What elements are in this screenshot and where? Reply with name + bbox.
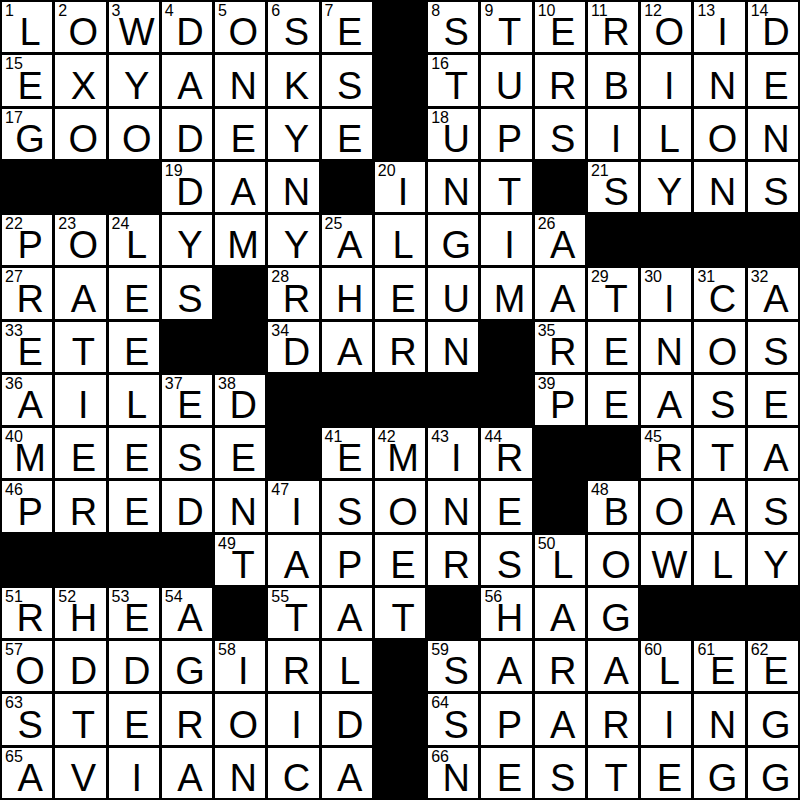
cell-r10c7[interactable]: S	[322, 481, 372, 531]
cell-r9c15[interactable]: A	[748, 428, 798, 478]
cell-r14c3[interactable]: E	[109, 694, 159, 744]
cell-letter: A	[165, 759, 212, 797]
cell-letter: R	[165, 706, 212, 744]
cell-r6c10[interactable]: M	[481, 268, 531, 318]
cell-letter: E	[112, 280, 159, 318]
cell-r2c2[interactable]: X	[55, 55, 105, 105]
cell-letter: S	[538, 120, 585, 158]
cell-r11c10[interactable]: S	[481, 535, 531, 585]
cell-r10c10[interactable]: E	[481, 481, 531, 531]
cell-r3c11[interactable]: S	[535, 109, 585, 159]
cell-letter: N	[218, 67, 265, 105]
block-r12c5	[215, 588, 265, 638]
cell-letter: T	[697, 439, 744, 477]
cell-letter: E	[325, 120, 372, 158]
cell-letter: O	[5, 652, 52, 690]
cell-r13c7[interactable]: L	[322, 641, 372, 691]
cell-r11c11[interactable]: 50L	[535, 535, 585, 585]
cell-r14c13[interactable]: I	[641, 694, 691, 744]
cell-r11c6[interactable]: A	[268, 535, 318, 585]
cell-r11c12[interactable]: O	[588, 535, 638, 585]
cell-r10c14[interactable]: A	[694, 481, 744, 531]
cell-r3c14[interactable]: O	[694, 109, 744, 159]
cell-letter: O	[697, 120, 744, 158]
cell-r7c9[interactable]: N	[428, 322, 478, 372]
cell-r13c14[interactable]: 61E	[694, 641, 744, 691]
cell-r2c14[interactable]: N	[694, 55, 744, 105]
cell-r10c3[interactable]: E	[109, 481, 159, 531]
block-r7c5	[215, 322, 265, 372]
cell-letter: R	[644, 439, 691, 477]
cell-r14c4[interactable]: R	[162, 694, 212, 744]
cell-r8c11[interactable]: 39P	[535, 375, 585, 425]
cell-r14c7[interactable]: D	[322, 694, 372, 744]
cell-r3c7[interactable]: E	[322, 109, 372, 159]
cell-r10c15[interactable]: S	[748, 481, 798, 531]
cell-r2c6[interactable]: K	[268, 55, 318, 105]
cell-r6c9[interactable]: U	[428, 268, 478, 318]
cell-letter: T	[484, 173, 531, 211]
cell-r14c10[interactable]: P	[481, 694, 531, 744]
cell-r6c11[interactable]: A	[535, 268, 585, 318]
cell-r14c2[interactable]: T	[55, 694, 105, 744]
cell-r8c4[interactable]: 37E	[162, 375, 212, 425]
cell-r15c4[interactable]: A	[162, 748, 212, 798]
cell-r9c8[interactable]: 42M	[375, 428, 425, 478]
cell-r9c3[interactable]: E	[109, 428, 159, 478]
cell-r9c10[interactable]: 44R	[481, 428, 531, 478]
cell-r13c10[interactable]: A	[481, 641, 531, 691]
cell-letter: Y	[112, 67, 159, 105]
cell-r6c12[interactable]: 29T	[588, 268, 638, 318]
cell-r3c5[interactable]: E	[215, 109, 265, 159]
cell-letter: E	[378, 280, 425, 318]
cell-r5c8[interactable]: L	[375, 215, 425, 265]
cell-r13c1[interactable]: 57O	[2, 641, 52, 691]
cell-r4c9[interactable]: N	[428, 162, 478, 212]
cell-letter: A	[218, 173, 265, 211]
cell-r15c12[interactable]: T	[588, 748, 638, 798]
cell-letter: U	[484, 67, 531, 105]
block-r9c6	[268, 428, 318, 478]
cell-letter: I	[271, 493, 318, 531]
cell-r3c6[interactable]: Y	[268, 109, 318, 159]
cell-r8c5[interactable]: 38D	[215, 375, 265, 425]
cell-r14c14[interactable]: N	[694, 694, 744, 744]
cell-letter: O	[378, 493, 425, 531]
cell-r15c14[interactable]: G	[694, 748, 744, 798]
cell-r11c8[interactable]: E	[375, 535, 425, 585]
cell-r9c4[interactable]: S	[162, 428, 212, 478]
cell-r4c5[interactable]: A	[215, 162, 265, 212]
cell-letter: H	[484, 599, 531, 637]
cell-r15c13[interactable]: E	[641, 748, 691, 798]
block-r4c11	[535, 162, 585, 212]
cell-letter: X	[58, 67, 105, 105]
cell-letter: U	[431, 280, 478, 318]
cell-r7c11[interactable]: 35R	[535, 322, 585, 372]
cell-r5c9[interactable]: G	[428, 215, 478, 265]
cell-letter: M	[378, 439, 425, 477]
cell-r1c6[interactable]: 6S	[268, 2, 318, 52]
cell-letter: R	[538, 652, 585, 690]
cell-r6c8[interactable]: E	[375, 268, 425, 318]
cell-r12c2[interactable]: 52H	[55, 588, 105, 638]
cell-letter: S	[751, 493, 798, 531]
cell-letter: N	[751, 120, 798, 158]
cell-r1c5[interactable]: 5O	[215, 2, 265, 52]
cell-r13c6[interactable]: R	[268, 641, 318, 691]
cell-r1c9[interactable]: 8S	[428, 2, 478, 52]
cell-r14c11[interactable]: A	[535, 694, 585, 744]
cell-r1c14[interactable]: 13I	[694, 2, 744, 52]
cell-letter: E	[751, 652, 798, 690]
cell-r12c8[interactable]: T	[375, 588, 425, 638]
cell-letter: D	[58, 652, 105, 690]
cell-r12c11[interactable]: A	[535, 588, 585, 638]
cell-letter: Y	[165, 226, 212, 264]
cell-r15c10[interactable]: E	[481, 748, 531, 798]
cell-r4c12[interactable]: 21S	[588, 162, 638, 212]
cell-r5c3[interactable]: 24L	[109, 215, 159, 265]
cell-r2c5[interactable]: N	[215, 55, 265, 105]
cell-r15c11[interactable]: S	[535, 748, 585, 798]
cell-r10c6[interactable]: 47I	[268, 481, 318, 531]
cell-letter: E	[112, 439, 159, 477]
cell-r14c5[interactable]: O	[215, 694, 265, 744]
cell-letter: G	[697, 759, 744, 797]
block-r12c14	[694, 588, 744, 638]
cell-letter: E	[325, 439, 372, 477]
cell-letter: A	[591, 652, 638, 690]
cell-r9c7[interactable]: 41E	[322, 428, 372, 478]
cell-r4c14[interactable]: N	[694, 162, 744, 212]
cell-r5c10[interactable]: I	[481, 215, 531, 265]
cell-r1c1[interactable]: 1L	[2, 2, 52, 52]
cell-r12c3[interactable]: 53E	[109, 588, 159, 638]
cell-r15c9[interactable]: 66N	[428, 748, 478, 798]
cell-letter: Y	[271, 120, 318, 158]
cell-r3c4[interactable]: D	[162, 109, 212, 159]
cell-r13c13[interactable]: 60L	[641, 641, 691, 691]
cell-r15c6[interactable]: C	[268, 748, 318, 798]
cell-r3c1[interactable]: 17G	[2, 109, 52, 159]
cell-letter: A	[538, 599, 585, 637]
cell-letter: S	[697, 386, 744, 424]
cell-r13c9[interactable]: 59S	[428, 641, 478, 691]
cell-r15c3[interactable]: I	[109, 748, 159, 798]
cell-r11c13[interactable]: W	[641, 535, 691, 585]
cell-letter: A	[325, 333, 372, 371]
cell-r12c7[interactable]: A	[322, 588, 372, 638]
cell-r2c3[interactable]: Y	[109, 55, 159, 105]
cell-r1c3[interactable]: 3W	[109, 2, 159, 52]
cell-r7c8[interactable]: R	[375, 322, 425, 372]
cell-r9c5[interactable]: E	[215, 428, 265, 478]
block-r13c8	[375, 641, 425, 691]
cell-letter: W	[644, 546, 691, 584]
cell-r14c9[interactable]: 64S	[428, 694, 478, 744]
cell-letter: H	[325, 280, 372, 318]
cell-r1c7[interactable]: 7E	[322, 2, 372, 52]
cell-r2c9[interactable]: 16T	[428, 55, 478, 105]
cell-r2c15[interactable]: E	[748, 55, 798, 105]
cell-letter: P	[325, 546, 372, 584]
cell-r15c1[interactable]: 65A	[2, 748, 52, 798]
cell-letter: H	[58, 599, 105, 637]
cell-r1c12[interactable]: 11R	[588, 2, 638, 52]
cell-r6c14[interactable]: 31C	[694, 268, 744, 318]
cell-r2c7[interactable]: S	[322, 55, 372, 105]
cell-r10c13[interactable]: O	[641, 481, 691, 531]
cell-r15c2[interactable]: V	[55, 748, 105, 798]
cell-r8c15[interactable]: E	[748, 375, 798, 425]
cell-letter: N	[697, 67, 744, 105]
cell-r10c5[interactable]: N	[215, 481, 265, 531]
cell-r1c4[interactable]: 4D	[162, 2, 212, 52]
cell-letter: O	[591, 546, 638, 584]
cell-letter: A	[165, 67, 212, 105]
cell-letter: L	[697, 546, 744, 584]
cell-r7c15[interactable]: S	[748, 322, 798, 372]
cell-letter: E	[325, 13, 372, 51]
cell-r1c13[interactable]: 12O	[641, 2, 691, 52]
cell-r7c2[interactable]: T	[55, 322, 105, 372]
crossword-board: 1L2O3W4D5O6S7E8S9T10E11R12O13I14D15EXYAN…	[0, 0, 800, 800]
cell-letter: L	[112, 226, 159, 264]
cell-r6c15[interactable]: 32A	[748, 268, 798, 318]
cell-r14c15[interactable]: G	[748, 694, 798, 744]
cell-r1c2[interactable]: 2O	[55, 2, 105, 52]
cell-r4c6[interactable]: N	[268, 162, 318, 212]
cell-r10c2[interactable]: R	[55, 481, 105, 531]
cell-r10c9[interactable]: N	[428, 481, 478, 531]
cell-r10c1[interactable]: 46P	[2, 481, 52, 531]
cell-r15c15[interactable]: G	[748, 748, 798, 798]
cell-letter: R	[5, 599, 52, 637]
cell-r3c10[interactable]: P	[481, 109, 531, 159]
cell-r7c6[interactable]: 34D	[268, 322, 318, 372]
cell-r9c2[interactable]: E	[55, 428, 105, 478]
cell-letter: A	[58, 280, 105, 318]
cell-letter: N	[218, 759, 265, 797]
cell-r14c1[interactable]: 63S	[2, 694, 52, 744]
cell-r12c12[interactable]: G	[588, 588, 638, 638]
cell-r10c4[interactable]: D	[162, 481, 212, 531]
cell-letter: T	[431, 67, 478, 105]
cell-r10c12[interactable]: 48B	[588, 481, 638, 531]
cell-r13c2[interactable]: D	[55, 641, 105, 691]
cell-r7c12[interactable]: E	[588, 322, 638, 372]
cell-r6c2[interactable]: A	[55, 268, 105, 318]
cell-r12c10[interactable]: 56H	[481, 588, 531, 638]
cell-r11c15[interactable]: Y	[748, 535, 798, 585]
cell-r1c15[interactable]: 14D	[748, 2, 798, 52]
cell-r7c3[interactable]: E	[109, 322, 159, 372]
cell-r13c11[interactable]: R	[535, 641, 585, 691]
cell-r6c1[interactable]: 27R	[2, 268, 52, 318]
cell-letter: I	[644, 280, 691, 318]
cell-letter: R	[538, 333, 585, 371]
cell-r2c1[interactable]: 15E	[2, 55, 52, 105]
cell-r3c13[interactable]: L	[641, 109, 691, 159]
cell-r9c14[interactable]: T	[694, 428, 744, 478]
cell-letter: R	[591, 13, 638, 51]
cell-letter: T	[484, 13, 531, 51]
cell-r5c6[interactable]: Y	[268, 215, 318, 265]
cell-r6c7[interactable]: H	[322, 268, 372, 318]
block-r7c10	[481, 322, 531, 372]
cell-r13c12[interactable]: A	[588, 641, 638, 691]
cell-letter: D	[271, 333, 318, 371]
cell-r10c8[interactable]: O	[375, 481, 425, 531]
cell-letter: E	[218, 439, 265, 477]
cell-r12c4[interactable]: 54A	[162, 588, 212, 638]
cell-letter: E	[591, 333, 638, 371]
cell-letter: I	[112, 759, 159, 797]
cell-r3c15[interactable]: N	[748, 109, 798, 159]
cell-letter: S	[431, 13, 478, 51]
cell-r14c12[interactable]: R	[588, 694, 638, 744]
cell-r2c13[interactable]: I	[641, 55, 691, 105]
cell-letter: R	[58, 493, 105, 531]
cell-letter: Y	[271, 226, 318, 264]
cell-r11c5[interactable]: 49T	[215, 535, 265, 585]
cell-r1c10[interactable]: 9T	[481, 2, 531, 52]
cell-r3c3[interactable]: O	[109, 109, 159, 159]
cell-letter: T	[378, 599, 425, 637]
cell-r13c15[interactable]: 62E	[748, 641, 798, 691]
cell-r8c13[interactable]: A	[641, 375, 691, 425]
cell-letter: A	[538, 226, 585, 264]
cell-letter: T	[591, 759, 638, 797]
cell-r15c5[interactable]: N	[215, 748, 265, 798]
cell-letter: T	[591, 280, 638, 318]
cell-r6c13[interactable]: 30I	[641, 268, 691, 318]
cell-r14c6[interactable]: I	[268, 694, 318, 744]
cell-r12c1[interactable]: 51R	[2, 588, 52, 638]
cell-r11c7[interactable]: P	[322, 535, 372, 585]
cell-r6c6[interactable]: 28R	[268, 268, 318, 318]
cell-r3c12[interactable]: I	[588, 109, 638, 159]
cell-r12c6[interactable]: 55T	[268, 588, 318, 638]
cell-r3c2[interactable]: O	[55, 109, 105, 159]
cell-letter: S	[5, 706, 52, 744]
cell-letter: S	[431, 652, 478, 690]
cell-letter: P	[484, 706, 531, 744]
cell-letter: E	[112, 706, 159, 744]
cell-letter: I	[431, 439, 478, 477]
cell-r1c11[interactable]: 10E	[535, 2, 585, 52]
cell-r8c1[interactable]: 36A	[2, 375, 52, 425]
cell-letter: A	[751, 280, 798, 318]
cell-letter: E	[378, 546, 425, 584]
cell-letter: O	[218, 706, 265, 744]
cell-letter: E	[591, 386, 638, 424]
cell-r8c12[interactable]: E	[588, 375, 638, 425]
cell-letter: I	[378, 173, 425, 211]
cell-letter: B	[591, 493, 638, 531]
cell-r4c13[interactable]: Y	[641, 162, 691, 212]
cell-r5c1[interactable]: 22P	[2, 215, 52, 265]
block-r1c8	[375, 2, 425, 52]
cell-r7c7[interactable]: A	[322, 322, 372, 372]
cell-r2c10[interactable]: U	[481, 55, 531, 105]
cell-letter: Y	[751, 546, 798, 584]
cell-letter: O	[112, 120, 159, 158]
cell-letter: G	[165, 652, 212, 690]
cell-r9c13[interactable]: 45R	[641, 428, 691, 478]
cell-r8c3[interactable]: L	[109, 375, 159, 425]
cell-r2c4[interactable]: A	[162, 55, 212, 105]
block-r15c8	[375, 748, 425, 798]
cell-letter: E	[112, 493, 159, 531]
cell-letter: E	[218, 120, 265, 158]
cell-letter: A	[165, 599, 212, 637]
cell-letter: D	[751, 13, 798, 51]
cell-r5c4[interactable]: Y	[162, 215, 212, 265]
cell-r9c9[interactable]: 43I	[428, 428, 478, 478]
cell-letter: D	[165, 120, 212, 158]
cell-letter: E	[697, 652, 744, 690]
cell-r8c2[interactable]: I	[55, 375, 105, 425]
cell-r8c14[interactable]: S	[694, 375, 744, 425]
cell-r6c4[interactable]: S	[162, 268, 212, 318]
cell-r13c4[interactable]: G	[162, 641, 212, 691]
cell-r9c1[interactable]: 40M	[2, 428, 52, 478]
cell-letter: D	[112, 652, 159, 690]
cell-r2c11[interactable]: R	[535, 55, 585, 105]
block-r4c3	[109, 162, 159, 212]
cell-r4c15[interactable]: S	[748, 162, 798, 212]
cell-letter: N	[431, 493, 478, 531]
cell-letter: E	[751, 67, 798, 105]
block-r11c1	[2, 535, 52, 585]
block-r12c13	[641, 588, 691, 638]
cell-letter: S	[271, 13, 318, 51]
cell-r5c5[interactable]: M	[215, 215, 265, 265]
cell-r5c11[interactable]: 26A	[535, 215, 585, 265]
cell-r4c4[interactable]: 19D	[162, 162, 212, 212]
cell-r5c2[interactable]: 23O	[55, 215, 105, 265]
block-r11c4	[162, 535, 212, 585]
cell-r5c7[interactable]: 25A	[322, 215, 372, 265]
cell-letter: E	[484, 493, 531, 531]
cell-r15c7[interactable]: A	[322, 748, 372, 798]
cell-r2c12[interactable]: B	[588, 55, 638, 105]
cell-letter: P	[5, 226, 52, 264]
cell-r4c10[interactable]: T	[481, 162, 531, 212]
cell-letter: L	[644, 120, 691, 158]
cell-r13c5[interactable]: 58I	[215, 641, 265, 691]
cell-r11c9[interactable]: R	[428, 535, 478, 585]
cell-letter: O	[58, 120, 105, 158]
cell-r4c8[interactable]: 20I	[375, 162, 425, 212]
cell-letter: L	[538, 546, 585, 584]
cell-letter: N	[271, 173, 318, 211]
cell-letter: S	[751, 333, 798, 371]
block-r7c4	[162, 322, 212, 372]
cell-r13c3[interactable]: D	[109, 641, 159, 691]
cell-r11c14[interactable]: L	[694, 535, 744, 585]
cell-letter: R	[5, 280, 52, 318]
cell-r3c9[interactable]: 18U	[428, 109, 478, 159]
cell-r7c1[interactable]: 33E	[2, 322, 52, 372]
cell-r7c14[interactable]: O	[694, 322, 744, 372]
cell-r7c13[interactable]: N	[641, 322, 691, 372]
block-r4c7	[322, 162, 372, 212]
cell-r6c3[interactable]: E	[109, 268, 159, 318]
